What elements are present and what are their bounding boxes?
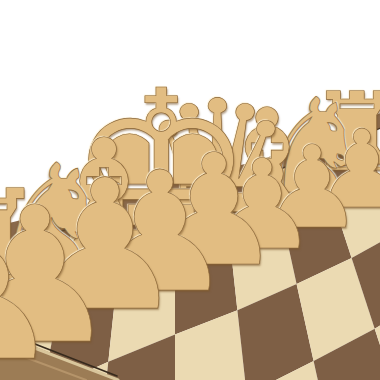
chess-product-photo: ♜♞♝♚♛♝♞♜♟♟♟♟♟♟♟♟ bbox=[0, 0, 380, 380]
